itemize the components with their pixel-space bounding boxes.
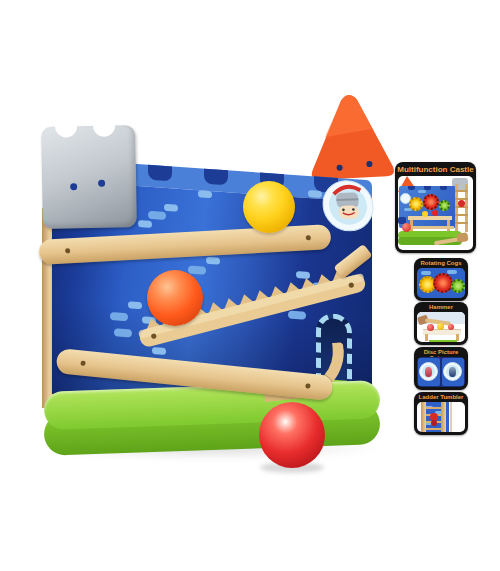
spinner-picture (449, 367, 456, 377)
red-ball (259, 402, 325, 468)
thumbnail-label: Ladder Tumbler (414, 394, 468, 400)
crenellation-notch (148, 165, 172, 182)
tower-notch (55, 115, 77, 137)
mini-gear-red (423, 194, 439, 210)
mini-mallet-head (456, 232, 468, 243)
orange-roof (301, 86, 402, 189)
thumbnail-ladder-tumbler[interactable]: Ladder Tumbler (414, 392, 468, 435)
thumbnail-label: Hammer (414, 304, 468, 310)
mini-bench (408, 216, 452, 220)
gear-red-icon (433, 273, 453, 293)
thumbnail-label: Rotating Cogs (414, 260, 468, 266)
main-product-image[interactable] (0, 0, 395, 571)
thumbnail-image (417, 357, 465, 387)
thumbnail-hammer[interactable]: Hammer (414, 302, 468, 345)
thumbnail-label: Multifunction Castle (395, 165, 476, 174)
mini-gear-green (439, 200, 450, 211)
thumbnail-image (417, 402, 465, 432)
thumbnail-rotating-cogs[interactable]: Rotating Cogs (414, 258, 468, 301)
gear-green-icon (451, 279, 465, 293)
tower-hole (70, 183, 77, 190)
product-photo: Multifunction Castle (0, 0, 500, 571)
yellow-ball (243, 181, 295, 233)
spinner-picture (425, 367, 432, 377)
gray-tower (41, 125, 137, 229)
orange-ball (147, 270, 203, 326)
crenellation-notch (204, 169, 228, 186)
thumbnail-multifunction-castle[interactable]: Multifunction Castle (395, 162, 476, 253)
mini-tumbler (458, 200, 465, 207)
ladder-rail-icon (441, 402, 446, 432)
tower-hole (98, 180, 105, 187)
thumbnail-disc-picture-spinner[interactable]: Disc Picture Spinner (414, 347, 468, 390)
mini-gear-yellow (409, 197, 423, 211)
knight-badge (319, 179, 376, 233)
thumbnail-image (417, 312, 465, 342)
thumbnail-image (398, 176, 473, 250)
thumbnail-image (417, 268, 465, 298)
tower-notch (93, 115, 115, 137)
knight-face (338, 205, 359, 219)
